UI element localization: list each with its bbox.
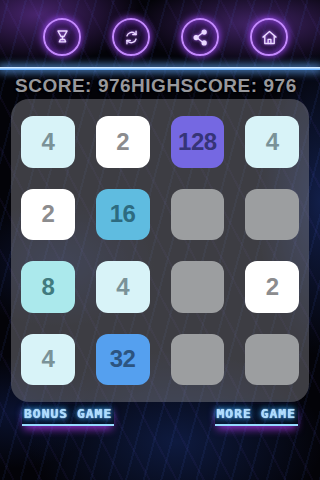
empty-cell [245, 334, 299, 386]
share-icon [190, 27, 211, 48]
tile-32: 32 [96, 334, 150, 386]
footer-bar: BONUS GAME MORE GAME [0, 404, 320, 426]
tile-2: 2 [245, 261, 299, 313]
trophy-icon [52, 27, 73, 48]
tile-2: 2 [96, 116, 150, 168]
tile-4: 4 [96, 261, 150, 313]
share-button[interactable] [181, 18, 219, 56]
tile-128: 128 [171, 116, 225, 168]
tile-4: 4 [21, 116, 75, 168]
highscore-display: HIGHSCORE:976 [131, 75, 297, 97]
bonus-game-button[interactable]: BONUS GAME [22, 404, 114, 426]
home-icon [259, 27, 280, 48]
neon-divider [0, 67, 320, 70]
empty-cell [245, 189, 299, 241]
refresh-icon [121, 27, 142, 48]
tile-2: 2 [21, 189, 75, 241]
tile-4: 4 [245, 116, 299, 168]
empty-cell [171, 261, 225, 313]
highscore-value: 976 [264, 75, 297, 96]
score-label: SCORE: [15, 75, 92, 96]
game-board[interactable]: 421284216842432 [11, 99, 309, 402]
empty-cell [171, 334, 225, 386]
home-button[interactable] [250, 18, 288, 56]
highscore-label: HIGHSCORE: [131, 75, 257, 96]
score-bar: SCORE:976 HIGHSCORE:976 [0, 75, 320, 97]
restart-button[interactable] [112, 18, 150, 56]
score-value: 976 [98, 75, 131, 96]
empty-cell [171, 189, 225, 241]
header-toolbar [43, 18, 288, 56]
tile-16: 16 [96, 189, 150, 241]
more-game-button[interactable]: MORE GAME [215, 404, 298, 426]
tile-4: 4 [21, 334, 75, 386]
score-display: SCORE:976 [15, 75, 131, 97]
trophy-button[interactable] [43, 18, 81, 56]
tile-8: 8 [21, 261, 75, 313]
